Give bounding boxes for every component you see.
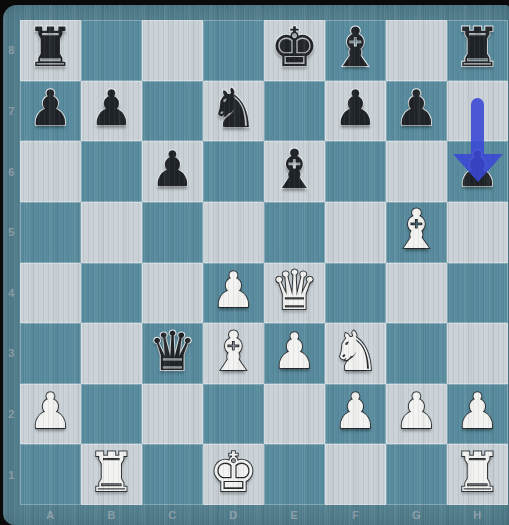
square-b1[interactable]: ♜: [81, 444, 142, 505]
file-label-h: H: [447, 505, 508, 525]
piece-white-pawn[interactable]: ♟: [29, 382, 73, 442]
square-f3[interactable]: ♞: [325, 323, 386, 384]
square-g4[interactable]: [386, 263, 447, 324]
square-a8[interactable]: ♜: [20, 20, 81, 81]
square-f5[interactable]: [325, 202, 386, 263]
square-f6[interactable]: [325, 141, 386, 202]
piece-white-pawn[interactable]: ♟: [334, 382, 378, 442]
square-h6[interactable]: ♟: [447, 141, 508, 202]
square-f7[interactable]: ♟: [325, 81, 386, 142]
piece-white-bishop[interactable]: ♝: [209, 322, 257, 382]
file-label-d: D: [203, 505, 264, 525]
piece-white-knight[interactable]: ♞: [331, 322, 379, 382]
file-label-g: G: [386, 505, 447, 525]
file-label-b: B: [81, 505, 142, 525]
piece-black-pawn[interactable]: ♟: [334, 79, 378, 139]
file-labels: ABCDEFGH: [20, 505, 508, 525]
square-e2[interactable]: [264, 384, 325, 445]
square-g2[interactable]: ♟: [386, 384, 447, 445]
square-c3[interactable]: ♛: [142, 323, 203, 384]
rank-label-4: 4: [3, 263, 20, 324]
square-g3[interactable]: [386, 323, 447, 384]
square-e5[interactable]: [264, 202, 325, 263]
square-b7[interactable]: ♟: [81, 81, 142, 142]
square-f1[interactable]: [325, 444, 386, 505]
piece-black-pawn[interactable]: ♟: [90, 79, 134, 139]
piece-black-pawn[interactable]: ♟: [456, 140, 500, 200]
piece-black-rook[interactable]: ♜: [26, 18, 74, 78]
square-b3[interactable]: [81, 323, 142, 384]
square-g7[interactable]: ♟: [386, 81, 447, 142]
chess-board-panel: 87654321 ABCDEFGH ♜♚♝♜♟♟♞♟♟♟♝♟♝♟♛♛♝♟♞♟♟♟…: [3, 5, 509, 525]
square-c6[interactable]: ♟: [142, 141, 203, 202]
square-a7[interactable]: ♟: [20, 81, 81, 142]
rank-label-8: 8: [3, 20, 20, 81]
piece-black-rook[interactable]: ♜: [453, 18, 501, 78]
square-b4[interactable]: [81, 263, 142, 324]
square-h2[interactable]: ♟: [447, 384, 508, 445]
square-d8[interactable]: [203, 20, 264, 81]
piece-white-queen[interactable]: ♛: [270, 261, 318, 321]
square-g8[interactable]: [386, 20, 447, 81]
piece-black-pawn[interactable]: ♟: [29, 79, 73, 139]
piece-white-pawn[interactable]: ♟: [456, 382, 500, 442]
square-d2[interactable]: [203, 384, 264, 445]
piece-white-pawn[interactable]: ♟: [273, 322, 317, 382]
piece-black-knight[interactable]: ♞: [209, 79, 257, 139]
piece-black-bishop[interactable]: ♝: [331, 18, 379, 78]
rank-label-3: 3: [3, 323, 20, 384]
square-a2[interactable]: ♟: [20, 384, 81, 445]
file-label-e: E: [264, 505, 325, 525]
square-d6[interactable]: [203, 141, 264, 202]
piece-white-rook[interactable]: ♜: [453, 443, 501, 503]
rank-label-6: 6: [3, 141, 20, 202]
square-a6[interactable]: [20, 141, 81, 202]
file-label-a: A: [20, 505, 81, 525]
square-e7[interactable]: [264, 81, 325, 142]
square-h4[interactable]: [447, 263, 508, 324]
piece-white-pawn[interactable]: ♟: [212, 261, 256, 321]
file-label-c: C: [142, 505, 203, 525]
piece-white-rook[interactable]: ♜: [87, 443, 135, 503]
rank-label-1: 1: [3, 444, 20, 505]
piece-black-pawn[interactable]: ♟: [151, 140, 195, 200]
square-c7[interactable]: [142, 81, 203, 142]
square-a4[interactable]: [20, 263, 81, 324]
square-h5[interactable]: [447, 202, 508, 263]
square-b2[interactable]: [81, 384, 142, 445]
square-e8[interactable]: ♚: [264, 20, 325, 81]
piece-black-queen[interactable]: ♛: [148, 322, 196, 382]
square-b6[interactable]: [81, 141, 142, 202]
square-c8[interactable]: [142, 20, 203, 81]
piece-white-bishop[interactable]: ♝: [392, 200, 440, 260]
rank-label-7: 7: [3, 81, 20, 142]
piece-white-king[interactable]: ♚: [209, 443, 257, 503]
chess-app-screenshot: 87654321 ABCDEFGH ♜♚♝♜♟♟♞♟♟♟♝♟♝♟♛♛♝♟♞♟♟♟…: [0, 0, 509, 525]
square-f4[interactable]: [325, 263, 386, 324]
square-h8[interactable]: ♜: [447, 20, 508, 81]
square-d3[interactable]: ♝: [203, 323, 264, 384]
square-a1[interactable]: [20, 444, 81, 505]
square-e6[interactable]: ♝: [264, 141, 325, 202]
square-d7[interactable]: ♞: [203, 81, 264, 142]
file-label-f: F: [325, 505, 386, 525]
square-a5[interactable]: [20, 202, 81, 263]
square-c1[interactable]: [142, 444, 203, 505]
square-h1[interactable]: ♜: [447, 444, 508, 505]
square-c5[interactable]: [142, 202, 203, 263]
square-g5[interactable]: ♝: [386, 202, 447, 263]
square-g1[interactable]: [386, 444, 447, 505]
square-a3[interactable]: [20, 323, 81, 384]
piece-black-king[interactable]: ♚: [270, 18, 318, 78]
rank-labels: 87654321: [3, 20, 20, 505]
square-f8[interactable]: ♝: [325, 20, 386, 81]
rank-label-2: 2: [3, 384, 20, 445]
square-e3[interactable]: ♟: [264, 323, 325, 384]
chess-board: ♜♚♝♜♟♟♞♟♟♟♝♟♝♟♛♛♝♟♞♟♟♟♟♜♚♜: [20, 20, 508, 505]
square-d1[interactable]: ♚: [203, 444, 264, 505]
square-c4[interactable]: [142, 263, 203, 324]
square-g6[interactable]: [386, 141, 447, 202]
square-d5[interactable]: [203, 202, 264, 263]
square-h3[interactable]: [447, 323, 508, 384]
square-e1[interactable]: [264, 444, 325, 505]
rank-label-5: 5: [3, 202, 20, 263]
square-c2[interactable]: [142, 384, 203, 445]
piece-black-bishop[interactable]: ♝: [270, 140, 318, 200]
square-b8[interactable]: [81, 20, 142, 81]
square-b5[interactable]: [81, 202, 142, 263]
piece-white-pawn[interactable]: ♟: [395, 382, 439, 442]
square-f2[interactable]: ♟: [325, 384, 386, 445]
square-d4[interactable]: ♟: [203, 263, 264, 324]
piece-black-pawn[interactable]: ♟: [395, 79, 439, 139]
square-h7[interactable]: [447, 81, 508, 142]
square-e4[interactable]: ♛: [264, 263, 325, 324]
